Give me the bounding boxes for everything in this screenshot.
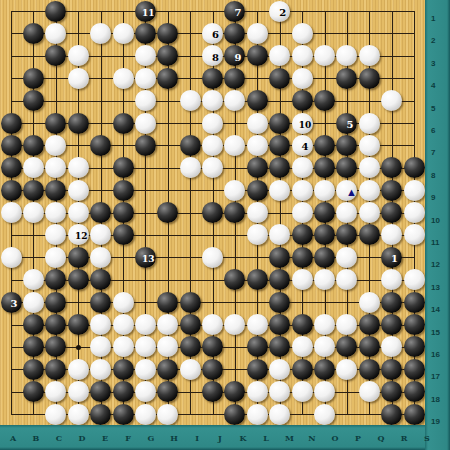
white-stone [135,336,156,357]
black-stone [269,247,290,268]
black-stone [381,381,402,402]
white-stone [135,90,156,111]
column-coordinate-label: K [239,433,247,443]
move-number-label: 6 [208,30,224,40]
black-stone [247,45,268,66]
white-stone [247,314,268,335]
white-stone [359,292,380,313]
move-number-label: 10 [297,121,313,130]
white-stone [180,90,201,111]
white-stone [292,202,313,223]
column-coordinate-label: J [216,433,224,443]
black-stone [45,45,66,66]
white-stone [90,247,111,268]
white-stone [45,202,66,223]
row-coordinate-label: 8 [431,171,435,180]
black-stone [68,269,89,290]
row-coordinate-label: 17 [431,372,440,381]
white-stone [202,247,223,268]
move-number-label: 11 [140,9,156,18]
black-stone [314,202,335,223]
white-stone [90,336,111,357]
white-stone [247,381,268,402]
column-coordinate-label: S [423,433,431,443]
black-stone [202,68,223,89]
white-stone [157,314,178,335]
move-number-label: 3 [6,299,22,309]
white-stone [336,359,357,380]
white-stone [157,336,178,357]
black-stone [202,202,223,223]
black-stone [404,157,425,178]
black-stone [113,113,134,134]
white-stone [359,45,380,66]
black-stone [90,292,111,313]
black-stone [247,90,268,111]
white-stone [224,90,245,111]
move-number-label: 5 [342,120,358,130]
black-stone [224,381,245,402]
white-stone [336,45,357,66]
column-coordinate-label: C [55,433,63,443]
black-stone [157,292,178,313]
column-coordinate-label: F [124,433,132,443]
black-stone [23,90,44,111]
white-stone [404,202,425,223]
black-stone [157,23,178,44]
row-coordinate-label: 2 [431,36,435,45]
move-number-label: 2 [275,8,291,18]
white-stone [247,23,268,44]
black-stone [113,359,134,380]
white-stone [247,202,268,223]
black-stone [157,381,178,402]
white-stone [292,180,313,201]
black-stone [381,404,402,425]
black-stone [336,336,357,357]
white-stone [45,23,66,44]
black-stone [292,224,313,245]
white-stone [135,45,156,66]
white-stone [45,381,66,402]
white-stone [381,269,402,290]
move-number-label: 7 [230,8,246,18]
column-coordinate-label: M [285,433,293,443]
white-stone [381,90,402,111]
white-stone [247,224,268,245]
white-stone [269,224,290,245]
black-stone [381,202,402,223]
white-stone [202,314,223,335]
white-stone [292,381,313,402]
black-stone [381,359,402,380]
white-stone [404,224,425,245]
black-stone [23,336,44,357]
goban[interactable]: 12345678910111213▲ [0,0,425,425]
black-stone [224,68,245,89]
white-stone [359,135,380,156]
black-stone [1,157,22,178]
black-stone [404,404,425,425]
column-coordinate-label: N [308,433,316,443]
triangle-mark: ▲ [346,187,357,198]
white-stone [23,292,44,313]
black-stone [113,202,134,223]
black-stone [359,359,380,380]
black-stone [247,180,268,201]
black-stone [359,224,380,245]
black-stone [45,113,66,134]
black-stone [90,404,111,425]
move-number-label: 1 [387,254,403,264]
black-stone [90,381,111,402]
white-stone [90,23,111,44]
white-stone [247,135,268,156]
black-stone [292,359,313,380]
black-stone [314,135,335,156]
black-stone [202,359,223,380]
white-stone [269,359,290,380]
black-stone [247,269,268,290]
white-stone [113,336,134,357]
column-coordinate-label: Q [377,433,385,443]
black-stone [381,180,402,201]
white-stone [180,157,201,178]
column-coordinate-label: A [9,433,17,443]
row-coordinate-label: 16 [431,350,440,359]
white-stone [247,113,268,134]
white-stone [359,180,380,201]
black-stone [247,157,268,178]
row-coordinate-label: 10 [431,216,440,225]
black-stone [45,269,66,290]
column-coordinate-label: H [170,433,178,443]
black-stone [269,292,290,313]
black-stone [269,314,290,335]
white-stone [404,180,425,201]
black-stone [23,23,44,44]
white-stone [135,113,156,134]
black-stone [269,68,290,89]
black-stone [247,336,268,357]
white-stone [292,68,313,89]
black-stone [404,381,425,402]
black-stone [336,135,357,156]
white-stone [381,224,402,245]
black-stone [157,68,178,89]
white-stone [224,180,245,201]
column-coordinate-label: G [147,433,155,443]
white-stone [292,269,313,290]
move-number-label: 8 [208,53,224,63]
white-stone [135,359,156,380]
row-coordinate-label: 12 [431,260,440,269]
black-stone [202,381,223,402]
white-stone [292,45,313,66]
column-coordinate-label: R [400,433,408,443]
white-stone [68,180,89,201]
grid-line-horizontal [11,302,414,303]
white-stone [269,45,290,66]
black-stone [1,180,22,201]
white-stone [1,247,22,268]
black-stone [45,180,66,201]
white-stone [336,314,357,335]
right-coordinate-strip: 12345678910111213141516171819 [425,0,450,450]
black-stone [381,314,402,335]
column-coordinate-label: E [101,433,109,443]
white-stone [1,202,22,223]
white-stone [135,314,156,335]
black-stone [90,269,111,290]
black-stone [23,135,44,156]
black-stone [1,135,22,156]
black-stone [314,90,335,111]
white-stone [314,314,335,335]
black-stone [113,180,134,201]
black-stone [404,359,425,380]
column-coordinate-label: I [193,433,201,443]
black-stone [113,224,134,245]
column-coordinate-label: B [32,433,40,443]
black-stone [292,90,313,111]
row-coordinate-label: 14 [431,305,440,314]
row-coordinate-label: 9 [431,193,435,202]
black-stone [180,336,201,357]
white-stone [68,381,89,402]
black-stone [90,135,111,156]
black-stone [45,292,66,313]
row-coordinate-label: 6 [431,126,435,135]
black-stone [157,202,178,223]
black-stone [23,68,44,89]
white-stone [404,269,425,290]
black-stone [23,314,44,335]
black-stone [359,314,380,335]
white-stone [157,404,178,425]
black-stone [180,314,201,335]
white-stone [68,68,89,89]
row-coordinate-label: 13 [431,283,440,292]
black-stone [113,157,134,178]
row-coordinate-label: 11 [431,238,439,247]
white-stone [359,157,380,178]
black-stone [314,359,335,380]
white-stone [314,336,335,357]
white-stone [45,135,66,156]
white-stone [202,113,223,134]
black-stone [45,336,66,357]
black-stone [224,23,245,44]
white-stone [68,202,89,223]
black-stone [113,404,134,425]
black-stone [269,113,290,134]
white-stone [314,180,335,201]
black-stone [23,359,44,380]
white-stone [90,359,111,380]
white-stone [292,336,313,357]
white-stone [359,381,380,402]
white-stone [269,381,290,402]
white-stone [68,45,89,66]
white-stone [90,314,111,335]
black-stone [292,247,313,268]
white-stone [135,381,156,402]
row-coordinate-label: 15 [431,328,440,337]
black-stone [180,292,201,313]
row-coordinate-label: 7 [431,148,435,157]
white-stone [113,314,134,335]
column-coordinate-label: P [354,433,362,443]
white-stone [359,113,380,134]
black-stone [224,404,245,425]
move-number-label: 9 [230,53,246,63]
move-number-label: 12 [73,232,89,241]
white-stone [202,135,223,156]
black-stone [135,23,156,44]
white-stone [336,269,357,290]
white-stone [135,404,156,425]
black-stone [404,292,425,313]
black-stone [45,1,66,22]
black-stone [113,381,134,402]
black-stone [314,247,335,268]
move-number-label: 13 [140,255,156,264]
black-stone [45,359,66,380]
white-stone [314,45,335,66]
white-stone [90,224,111,245]
white-stone [113,23,134,44]
black-stone [45,314,66,335]
black-stone [292,314,313,335]
white-stone [336,202,357,223]
black-stone [90,202,111,223]
move-number-label: 4 [297,142,313,152]
white-stone [23,269,44,290]
white-stone [68,404,89,425]
row-coordinate-label: 5 [431,104,435,113]
black-stone [336,157,357,178]
hoshi-point [76,345,81,350]
white-stone [247,404,268,425]
white-stone [68,359,89,380]
black-stone [202,336,223,357]
black-stone [224,269,245,290]
white-stone [381,336,402,357]
black-stone [224,202,245,223]
white-stone [224,314,245,335]
white-stone [113,292,134,313]
white-stone [68,157,89,178]
black-stone [68,314,89,335]
white-stone [45,157,66,178]
white-stone [314,269,335,290]
white-stone [45,224,66,245]
black-stone [336,68,357,89]
white-stone [314,381,335,402]
white-stone [314,404,335,425]
black-stone [314,224,335,245]
black-stone [269,336,290,357]
column-coordinate-label: O [331,433,339,443]
black-stone [1,113,22,134]
white-stone [113,68,134,89]
white-stone [292,157,313,178]
white-stone [135,68,156,89]
black-stone [314,157,335,178]
row-coordinate-label: 3 [431,59,435,68]
black-stone [269,157,290,178]
row-coordinate-label: 18 [431,395,440,404]
white-stone [23,157,44,178]
black-stone [404,314,425,335]
go-app-window: 12345678910111213▲ 123456789101112131415… [0,0,450,450]
white-stone [180,359,201,380]
black-stone [68,113,89,134]
black-stone [23,180,44,201]
black-stone [68,247,89,268]
black-stone [269,269,290,290]
black-stone [135,135,156,156]
black-stone [359,68,380,89]
row-coordinate-label: 4 [431,81,435,90]
white-stone [202,90,223,111]
column-coordinate-label: L [262,433,270,443]
white-stone [269,404,290,425]
white-stone [23,202,44,223]
black-stone [247,359,268,380]
black-stone [381,292,402,313]
black-stone [359,336,380,357]
black-stone [269,135,290,156]
white-stone [45,404,66,425]
white-stone [292,23,313,44]
white-stone [336,247,357,268]
white-stone [269,180,290,201]
row-coordinate-label: 1 [431,14,435,23]
column-coordinate-label: D [78,433,86,443]
white-stone [202,157,223,178]
black-stone [157,359,178,380]
black-stone [180,135,201,156]
white-stone [224,135,245,156]
black-stone [23,381,44,402]
black-stone [381,157,402,178]
black-stone [336,224,357,245]
black-stone [157,45,178,66]
black-stone [404,336,425,357]
bottom-coordinate-strip: ABCDEFGHIJKLMNOPQRS [0,425,425,450]
row-coordinate-label: 19 [431,417,440,426]
white-stone [45,247,66,268]
white-stone [359,202,380,223]
